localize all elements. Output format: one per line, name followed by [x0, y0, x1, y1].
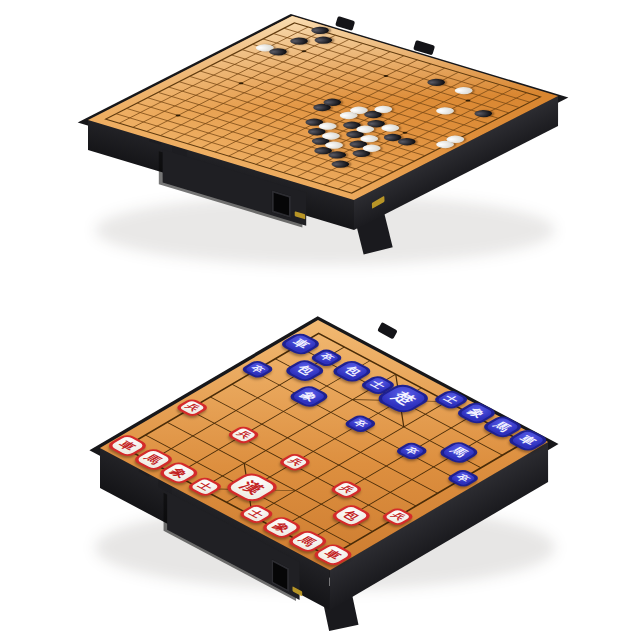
go-board[interactable]: [88, 16, 558, 200]
brand-stamp: [372, 196, 385, 209]
janggi-board-fold-clip: [377, 322, 398, 339]
brand-stamp: [292, 586, 302, 596]
go-drawer-handle[interactable]: [272, 190, 291, 218]
brand-stamp: [295, 211, 306, 219]
product-photo-page: { "game": "Magnetic folding travel board…: [0, 0, 640, 640]
